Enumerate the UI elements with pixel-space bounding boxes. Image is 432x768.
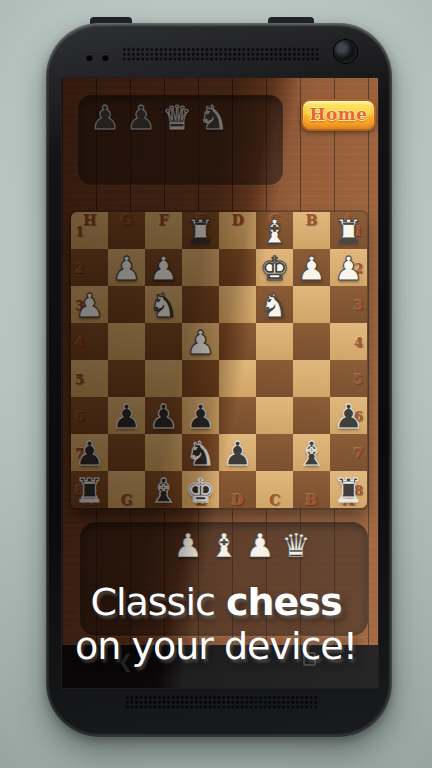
coordinate-label: 5 bbox=[75, 371, 84, 386]
bottom-speaker-grille bbox=[125, 695, 318, 710]
coordinate-label: D bbox=[231, 212, 243, 228]
square-F8[interactable]: F♝ bbox=[145, 471, 182, 508]
coordinate-label: 7 bbox=[354, 445, 363, 460]
coordinate-label: C bbox=[269, 492, 280, 508]
square-C2[interactable]: ♚ bbox=[256, 249, 293, 286]
square-A8[interactable]: A8♜ bbox=[330, 471, 367, 508]
captured-black-tray-pieces: ♟♟♛♞ bbox=[78, 95, 283, 139]
white-pawn-piece: ♟ bbox=[330, 249, 367, 286]
square-E1[interactable]: E♜ bbox=[182, 212, 219, 249]
square-D3[interactable] bbox=[219, 286, 256, 323]
caption-line1-bold: chess bbox=[226, 580, 342, 624]
square-F7[interactable] bbox=[145, 434, 182, 471]
square-E8[interactable]: E♚ bbox=[182, 471, 219, 508]
coordinate-label: H bbox=[83, 212, 96, 228]
light-sensor-icon bbox=[102, 54, 109, 61]
square-B2[interactable]: ♟ bbox=[293, 249, 330, 286]
black-rook-piece: ♜ bbox=[330, 471, 367, 508]
coordinate-label: B bbox=[306, 212, 318, 228]
coordinate-label: B bbox=[306, 492, 318, 508]
white-rook-piece: ♜ bbox=[182, 212, 219, 249]
square-C6[interactable] bbox=[256, 397, 293, 434]
white-pawn-piece: ♟ bbox=[145, 249, 182, 286]
caption-line1-regular: Classic bbox=[90, 580, 226, 624]
white-pawn-piece: ♟ bbox=[71, 286, 108, 323]
coordinate-label: 3 bbox=[354, 297, 363, 312]
square-C8[interactable]: C bbox=[256, 471, 293, 508]
square-H8[interactable]: H8♜ bbox=[71, 471, 108, 508]
square-A4[interactable]: 4 bbox=[330, 323, 367, 360]
captured-black-pawn: ♟ bbox=[125, 97, 157, 139]
chess-board: H1GFE♜DC♝BA1♜2♟♟♚♟2♟3♟♞♞34♟4556♟♟♟6♟7♟♞♟… bbox=[71, 212, 367, 508]
captured-black-pawn: ♟ bbox=[89, 97, 121, 139]
black-bishop-piece: ♝ bbox=[293, 434, 330, 471]
black-pawn-piece: ♟ bbox=[71, 434, 108, 471]
black-pawn-piece: ♟ bbox=[145, 397, 182, 434]
black-pawn-piece: ♟ bbox=[108, 397, 145, 434]
square-D5[interactable] bbox=[219, 360, 256, 397]
square-D4[interactable] bbox=[219, 323, 256, 360]
square-D1[interactable]: D bbox=[219, 212, 256, 249]
square-C7[interactable] bbox=[256, 434, 293, 471]
square-E7[interactable]: ♞ bbox=[182, 434, 219, 471]
screenshot-root: ♟♟♛♞ Home H1GFE♜DC♝BA1♜2♟♟♚♟2♟3♟♞♞34♟455… bbox=[0, 0, 432, 768]
square-E4[interactable]: ♟ bbox=[182, 323, 219, 360]
black-pawn-piece: ♟ bbox=[219, 434, 256, 471]
square-B4[interactable] bbox=[293, 323, 330, 360]
black-rook-piece: ♜ bbox=[71, 471, 108, 508]
front-camera-icon bbox=[334, 40, 357, 63]
square-B6[interactable] bbox=[293, 397, 330, 434]
square-E3[interactable] bbox=[182, 286, 219, 323]
white-knight-piece: ♞ bbox=[256, 286, 293, 323]
white-knight-piece: ♞ bbox=[145, 286, 182, 323]
square-C4[interactable] bbox=[256, 323, 293, 360]
black-pawn-piece: ♟ bbox=[330, 397, 367, 434]
square-G4[interactable] bbox=[108, 323, 145, 360]
square-H7[interactable]: 7♟ bbox=[71, 434, 108, 471]
square-E5[interactable] bbox=[182, 360, 219, 397]
coordinate-label: D bbox=[231, 492, 243, 508]
square-F4[interactable] bbox=[145, 323, 182, 360]
square-H3[interactable]: 3♟ bbox=[71, 286, 108, 323]
square-A6[interactable]: 6♟ bbox=[330, 397, 367, 434]
coordinate-label: G bbox=[121, 492, 133, 508]
square-F6[interactable]: ♟ bbox=[145, 397, 182, 434]
square-H5[interactable]: 5 bbox=[71, 360, 108, 397]
square-D6[interactable] bbox=[219, 397, 256, 434]
coordinate-label: 6 bbox=[75, 408, 84, 423]
square-H6[interactable]: 6 bbox=[71, 397, 108, 434]
proximity-sensor-icon bbox=[86, 54, 93, 61]
white-pawn-piece: ♟ bbox=[182, 323, 219, 360]
home-button[interactable]: Home bbox=[301, 99, 376, 131]
square-D7[interactable]: ♟ bbox=[219, 434, 256, 471]
square-B7[interactable]: ♝ bbox=[293, 434, 330, 471]
black-pawn-piece: ♟ bbox=[182, 397, 219, 434]
coordinate-label: 5 bbox=[354, 371, 363, 386]
white-bishop-piece: ♝ bbox=[256, 212, 293, 249]
square-G5[interactable] bbox=[108, 360, 145, 397]
square-A7[interactable]: 7 bbox=[330, 434, 367, 471]
square-F5[interactable] bbox=[145, 360, 182, 397]
square-C3[interactable]: ♞ bbox=[256, 286, 293, 323]
square-C5[interactable] bbox=[256, 360, 293, 397]
square-A3[interactable]: 3 bbox=[330, 286, 367, 323]
square-H1[interactable]: H1 bbox=[71, 212, 108, 249]
square-G8[interactable]: G bbox=[108, 471, 145, 508]
square-H2[interactable]: 2 bbox=[71, 249, 108, 286]
square-A5[interactable]: 5 bbox=[330, 360, 367, 397]
square-H4[interactable]: 4 bbox=[71, 323, 108, 360]
square-F3[interactable]: ♞ bbox=[145, 286, 182, 323]
coordinate-label: G bbox=[121, 212, 133, 228]
square-G3[interactable] bbox=[108, 286, 145, 323]
captured-white-tray-pieces: ♟♝♟♛ bbox=[80, 522, 368, 567]
square-G7[interactable] bbox=[108, 434, 145, 471]
square-A1[interactable]: A1♜ bbox=[330, 212, 367, 249]
square-F1[interactable]: F bbox=[145, 212, 182, 249]
square-B8[interactable]: B bbox=[293, 471, 330, 508]
coordinate-label: 2 bbox=[75, 260, 84, 275]
square-D2[interactable] bbox=[219, 249, 256, 286]
coordinate-label: F bbox=[159, 212, 169, 228]
square-E6[interactable]: ♟ bbox=[182, 397, 219, 434]
white-king-piece: ♚ bbox=[256, 249, 293, 286]
captured-white-pawn: ♟ bbox=[244, 525, 276, 567]
captured-black-queen: ♛ bbox=[161, 97, 193, 139]
caption-line1: Classic chess bbox=[0, 580, 432, 624]
caption-line2: on your device! bbox=[0, 624, 432, 668]
square-B1[interactable]: B bbox=[293, 212, 330, 249]
square-G2[interactable]: ♟ bbox=[108, 249, 145, 286]
black-bishop-piece: ♝ bbox=[145, 471, 182, 508]
square-B3[interactable] bbox=[293, 286, 330, 323]
white-pawn-piece: ♟ bbox=[108, 249, 145, 286]
square-G1[interactable]: G bbox=[108, 212, 145, 249]
square-A2[interactable]: 2♟ bbox=[330, 249, 367, 286]
white-rook-piece: ♜ bbox=[330, 212, 367, 249]
black-king-piece: ♚ bbox=[182, 471, 219, 508]
square-C1[interactable]: C♝ bbox=[256, 212, 293, 249]
coordinate-label: 4 bbox=[75, 334, 84, 349]
square-B5[interactable] bbox=[293, 360, 330, 397]
square-E2[interactable] bbox=[182, 249, 219, 286]
black-knight-piece: ♞ bbox=[182, 434, 219, 471]
square-D8[interactable]: D bbox=[219, 471, 256, 508]
coordinate-label: 1 bbox=[75, 223, 84, 238]
white-pawn-piece: ♟ bbox=[293, 249, 330, 286]
captured-black-knight: ♞ bbox=[197, 97, 229, 139]
captured-white-pawn: ♟ bbox=[172, 525, 204, 567]
captured-white-queen: ♛ bbox=[280, 525, 312, 567]
coordinate-label: 4 bbox=[354, 334, 363, 349]
top-speaker-grille bbox=[122, 47, 320, 62]
captured-black-tray: ♟♟♛♞ bbox=[78, 95, 283, 185]
square-F2[interactable]: ♟ bbox=[145, 249, 182, 286]
captured-white-bishop: ♝ bbox=[208, 525, 240, 567]
square-G6[interactable]: ♟ bbox=[108, 397, 145, 434]
